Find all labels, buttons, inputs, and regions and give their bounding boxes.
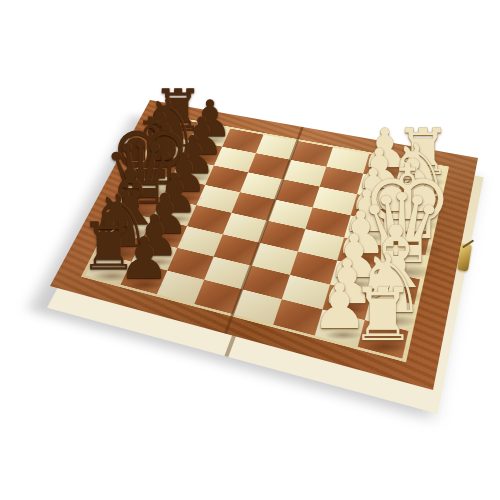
product-photo-background: ♜♞♝♛♚♝♞♜♟♟♟♟♟♟♟♟♟♟♟♟♟♟♟♟♜♞♝♛♚♝♞♜ <box>0 0 500 500</box>
